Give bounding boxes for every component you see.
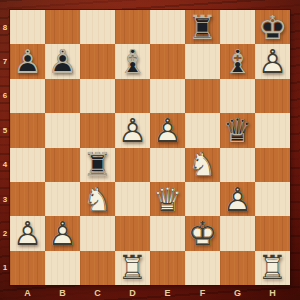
file-label-g: G: [220, 285, 255, 300]
square-h1[interactable]: ♜♖: [255, 251, 290, 285]
square-g8[interactable]: [220, 10, 255, 44]
square-c1[interactable]: [80, 251, 115, 285]
black-pawn[interactable]: ♟♙: [10, 44, 45, 78]
piece-outline: ♔: [185, 216, 220, 250]
square-d6[interactable]: [115, 79, 150, 113]
square-g2[interactable]: [220, 216, 255, 250]
square-e1[interactable]: [150, 251, 185, 285]
square-h5[interactable]: [255, 113, 290, 147]
piece-outline: ♙: [10, 216, 45, 250]
black-rook[interactable]: ♜♖: [80, 148, 115, 182]
rank-label-8: 8: [0, 10, 10, 44]
square-h3[interactable]: [255, 182, 290, 216]
white-pawn[interactable]: ♟♙: [255, 44, 290, 78]
rank-label-1: 1: [0, 251, 10, 285]
piece-outline: ♖: [255, 251, 290, 285]
black-bishop[interactable]: ♝♗: [220, 44, 255, 78]
piece-outline: ♙: [150, 113, 185, 147]
piece-outline: ♕: [150, 182, 185, 216]
square-b1[interactable]: [45, 251, 80, 285]
square-f7[interactable]: [185, 44, 220, 78]
black-bishop[interactable]: ♝♗: [115, 44, 150, 78]
square-b8[interactable]: [45, 10, 80, 44]
square-g7[interactable]: ♝♗: [220, 44, 255, 78]
piece-outline: ♖: [115, 251, 150, 285]
white-queen[interactable]: ♛♕: [150, 182, 185, 216]
board-frame: ♜♖♚♔♟♙♟♙♝♗♝♗♟♙♟♙♟♙♛♕♜♖♞♘♞♘♛♕♟♙♟♙♟♙♚♔♜♖♜♖…: [0, 0, 300, 300]
square-b6[interactable]: [45, 79, 80, 113]
white-knight[interactable]: ♞♘: [185, 148, 220, 182]
piece-outline: ♙: [115, 113, 150, 147]
square-e3[interactable]: ♛♕: [150, 182, 185, 216]
square-e4[interactable]: [150, 148, 185, 182]
square-a1[interactable]: [10, 251, 45, 285]
square-a7[interactable]: ♟♙: [10, 44, 45, 78]
white-pawn[interactable]: ♟♙: [10, 216, 45, 250]
white-king[interactable]: ♚♔: [185, 216, 220, 250]
square-g6[interactable]: [220, 79, 255, 113]
piece-outline: ♗: [220, 44, 255, 78]
black-queen[interactable]: ♛♕: [220, 113, 255, 147]
file-label-c: C: [80, 285, 115, 300]
piece-outline: ♔: [255, 10, 290, 44]
piece-outline: ♙: [220, 182, 255, 216]
piece-outline: ♙: [45, 44, 80, 78]
square-f4[interactable]: ♞♘: [185, 148, 220, 182]
square-g4[interactable]: [220, 148, 255, 182]
white-rook[interactable]: ♜♖: [115, 251, 150, 285]
square-e2[interactable]: [150, 216, 185, 250]
square-c6[interactable]: [80, 79, 115, 113]
white-rook[interactable]: ♜♖: [255, 251, 290, 285]
square-f6[interactable]: [185, 79, 220, 113]
rank-label-3: 3: [0, 182, 10, 216]
square-c2[interactable]: [80, 216, 115, 250]
square-c5[interactable]: [80, 113, 115, 147]
square-a6[interactable]: [10, 79, 45, 113]
square-d4[interactable]: [115, 148, 150, 182]
square-c4[interactable]: ♜♖: [80, 148, 115, 182]
piece-outline: ♖: [185, 10, 220, 44]
rank-label-2: 2: [0, 216, 10, 250]
white-pawn[interactable]: ♟♙: [150, 113, 185, 147]
square-b5[interactable]: [45, 113, 80, 147]
black-pawn[interactable]: ♟♙: [45, 44, 80, 78]
square-e7[interactable]: [150, 44, 185, 78]
square-g5[interactable]: ♛♕: [220, 113, 255, 147]
piece-outline: ♖: [80, 148, 115, 182]
black-king[interactable]: ♚♔: [255, 10, 290, 44]
piece-outline: ♘: [80, 182, 115, 216]
square-h8[interactable]: ♚♔: [255, 10, 290, 44]
square-a2[interactable]: ♟♙: [10, 216, 45, 250]
file-label-e: E: [150, 285, 185, 300]
square-a4[interactable]: [10, 148, 45, 182]
black-rook[interactable]: ♜♖: [185, 10, 220, 44]
square-f8[interactable]: ♜♖: [185, 10, 220, 44]
rank-label-7: 7: [0, 44, 10, 78]
square-e8[interactable]: [150, 10, 185, 44]
square-b7[interactable]: ♟♙: [45, 44, 80, 78]
square-d7[interactable]: ♝♗: [115, 44, 150, 78]
square-b3[interactable]: [45, 182, 80, 216]
chess-board: ♜♖♚♔♟♙♟♙♝♗♝♗♟♙♟♙♟♙♛♕♜♖♞♘♞♘♛♕♟♙♟♙♟♙♚♔♜♖♜♖: [10, 10, 290, 285]
piece-outline: ♙: [10, 44, 45, 78]
piece-outline: ♘: [185, 148, 220, 182]
square-d3[interactable]: [115, 182, 150, 216]
square-h4[interactable]: [255, 148, 290, 182]
square-d1[interactable]: ♜♖: [115, 251, 150, 285]
square-e6[interactable]: [150, 79, 185, 113]
piece-outline: ♙: [255, 44, 290, 78]
square-h2[interactable]: [255, 216, 290, 250]
square-a3[interactable]: [10, 182, 45, 216]
square-b4[interactable]: [45, 148, 80, 182]
white-pawn[interactable]: ♟♙: [115, 113, 150, 147]
white-pawn[interactable]: ♟♙: [45, 216, 80, 250]
square-d5[interactable]: ♟♙: [115, 113, 150, 147]
rank-label-6: 6: [0, 79, 10, 113]
square-e5[interactable]: ♟♙: [150, 113, 185, 147]
square-c3[interactable]: ♞♘: [80, 182, 115, 216]
square-a8[interactable]: [10, 10, 45, 44]
square-f2[interactable]: ♚♔: [185, 216, 220, 250]
piece-outline: ♙: [45, 216, 80, 250]
square-f5[interactable]: [185, 113, 220, 147]
file-label-a: A: [10, 285, 45, 300]
square-d2[interactable]: [115, 216, 150, 250]
square-g1[interactable]: [220, 251, 255, 285]
square-g3[interactable]: ♟♙: [220, 182, 255, 216]
piece-outline: ♕: [220, 113, 255, 147]
file-label-d: D: [115, 285, 150, 300]
piece-outline: ♗: [115, 44, 150, 78]
square-b2[interactable]: ♟♙: [45, 216, 80, 250]
square-c7[interactable]: [80, 44, 115, 78]
file-label-f: F: [185, 285, 220, 300]
square-f3[interactable]: [185, 182, 220, 216]
square-f1[interactable]: [185, 251, 220, 285]
rank-label-4: 4: [0, 148, 10, 182]
square-c8[interactable]: [80, 10, 115, 44]
square-a5[interactable]: [10, 113, 45, 147]
rank-label-5: 5: [0, 113, 10, 147]
square-d8[interactable]: [115, 10, 150, 44]
square-h6[interactable]: [255, 79, 290, 113]
file-label-h: H: [255, 285, 290, 300]
white-pawn[interactable]: ♟♙: [220, 182, 255, 216]
white-knight[interactable]: ♞♘: [80, 182, 115, 216]
file-label-b: B: [45, 285, 80, 300]
square-h7[interactable]: ♟♙: [255, 44, 290, 78]
